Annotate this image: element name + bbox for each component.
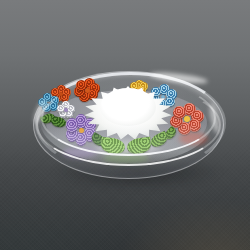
scene xyxy=(0,0,250,250)
dish-rim-outer xyxy=(36,84,221,166)
